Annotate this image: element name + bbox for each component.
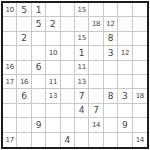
cell-r6c6[interactable]: 13 xyxy=(75,75,89,89)
cell-r5c4[interactable] xyxy=(46,61,60,75)
cell-r6c2[interactable]: 16 xyxy=(17,75,31,89)
cell-r2c10[interactable] xyxy=(133,17,147,31)
cell-r6c5[interactable] xyxy=(61,75,75,89)
cell-r10c6[interactable] xyxy=(75,133,89,147)
cell-r2c5[interactable] xyxy=(61,17,75,31)
cell-r2c8[interactable]: 12 xyxy=(104,17,118,31)
cell-r5c9[interactable] xyxy=(118,61,132,75)
cell-r8c9[interactable] xyxy=(118,104,132,118)
cell-r6c9[interactable] xyxy=(118,75,132,89)
cell-r4c4[interactable]: 10 xyxy=(46,46,60,60)
cell-r7c8[interactable]: 8 xyxy=(104,89,118,103)
cell-r9c4[interactable] xyxy=(46,118,60,132)
cell-r4c10[interactable] xyxy=(133,46,147,60)
cell-r6c7[interactable] xyxy=(89,75,103,89)
cell-r7c6[interactable]: 7 xyxy=(75,89,89,103)
cell-r6c1[interactable]: 17 xyxy=(3,75,17,89)
cell-r9c7[interactable]: 14 xyxy=(89,118,103,132)
cell-r4c2[interactable] xyxy=(17,46,31,60)
cell-r1c3[interactable]: 1 xyxy=(32,3,46,17)
cell-r2c9[interactable] xyxy=(118,17,132,31)
cell-r7c2[interactable]: 6 xyxy=(17,89,31,103)
cell-r9c10[interactable] xyxy=(133,118,147,132)
cell-r1c10[interactable] xyxy=(133,3,147,17)
cell-r3c6[interactable]: 15 xyxy=(75,32,89,46)
cell-r1c8[interactable] xyxy=(104,3,118,17)
cell-r6c8[interactable] xyxy=(104,75,118,89)
cell-r8c7[interactable]: 7 xyxy=(89,104,103,118)
cell-r2c1[interactable] xyxy=(3,17,17,31)
cell-r8c2[interactable] xyxy=(17,104,31,118)
cell-r5c2[interactable] xyxy=(17,61,31,75)
cell-r10c4[interactable] xyxy=(46,133,60,147)
cell-r2c4[interactable]: 2 xyxy=(46,17,60,31)
cell-r3c4[interactable] xyxy=(46,32,60,46)
cell-r9c2[interactable] xyxy=(17,118,31,132)
cell-r4c7[interactable] xyxy=(89,46,103,60)
cell-r1c9[interactable] xyxy=(118,3,132,17)
cell-r5c5[interactable] xyxy=(61,61,75,75)
cell-r5c1[interactable]: 16 xyxy=(3,61,17,75)
cell-r4c6[interactable]: 1 xyxy=(75,46,89,60)
cell-r1c1[interactable]: 10 xyxy=(3,3,17,17)
cell-r10c3[interactable] xyxy=(32,133,46,147)
cell-r2c2[interactable] xyxy=(17,17,31,31)
cell-r1c6[interactable]: 15 xyxy=(75,3,89,17)
cell-r1c2[interactable]: 5 xyxy=(17,3,31,17)
cell-r9c9[interactable]: 9 xyxy=(118,118,132,132)
cell-r1c4[interactable] xyxy=(46,3,60,17)
cell-r2c3[interactable]: 5 xyxy=(32,17,46,31)
cell-r6c3[interactable] xyxy=(32,75,46,89)
cell-r10c9[interactable] xyxy=(118,133,132,147)
cell-r3c8[interactable]: 8 xyxy=(104,32,118,46)
cell-r8c5[interactable] xyxy=(61,104,75,118)
cell-r9c6[interactable] xyxy=(75,118,89,132)
cell-r3c9[interactable] xyxy=(118,32,132,46)
cell-r6c4[interactable]: 11 xyxy=(46,75,60,89)
cell-r3c1[interactable] xyxy=(3,32,17,46)
cell-r2c6[interactable] xyxy=(75,17,89,31)
cell-r3c5[interactable] xyxy=(61,32,75,46)
cell-r8c10[interactable] xyxy=(133,104,147,118)
cell-r7c3[interactable] xyxy=(32,89,46,103)
cell-r5c10[interactable] xyxy=(133,61,147,75)
cell-r10c8[interactable] xyxy=(104,133,118,147)
cell-r5c3[interactable]: 6 xyxy=(32,61,46,75)
cell-r4c5[interactable] xyxy=(61,46,75,60)
cell-r5c6[interactable]: 11 xyxy=(75,61,89,75)
cell-r6c10[interactable] xyxy=(133,75,147,89)
cell-r7c4[interactable]: 13 xyxy=(46,89,60,103)
cell-r4c9[interactable]: 12 xyxy=(118,46,132,60)
cell-r1c5[interactable] xyxy=(61,3,75,17)
puzzle-board: 1051155218122158101312166111716111361378… xyxy=(1,1,149,149)
cell-r8c8[interactable] xyxy=(104,104,118,118)
cell-r5c7[interactable] xyxy=(89,61,103,75)
cell-r9c1[interactable] xyxy=(3,118,17,132)
cell-r8c1[interactable] xyxy=(3,104,17,118)
cell-r2c7[interactable]: 18 xyxy=(89,17,103,31)
cell-r7c7[interactable] xyxy=(89,89,103,103)
cell-r4c1[interactable] xyxy=(3,46,17,60)
cell-r9c5[interactable] xyxy=(61,118,75,132)
cell-r8c6[interactable]: 4 xyxy=(75,104,89,118)
cell-r7c10[interactable]: 18 xyxy=(133,89,147,103)
cell-r8c4[interactable] xyxy=(46,104,60,118)
cell-r3c2[interactable]: 2 xyxy=(17,32,31,46)
cell-r10c7[interactable] xyxy=(89,133,103,147)
cell-r10c2[interactable] xyxy=(17,133,31,147)
cell-r3c3[interactable] xyxy=(32,32,46,46)
cell-r7c1[interactable] xyxy=(3,89,17,103)
cell-r9c3[interactable]: 9 xyxy=(32,118,46,132)
cell-r7c5[interactable] xyxy=(61,89,75,103)
cell-r10c10[interactable]: 14 xyxy=(133,133,147,147)
cell-r7c9[interactable]: 3 xyxy=(118,89,132,103)
cell-r1c7[interactable] xyxy=(89,3,103,17)
cell-r4c8[interactable]: 3 xyxy=(104,46,118,60)
cell-r5c8[interactable] xyxy=(104,61,118,75)
cell-r3c7[interactable] xyxy=(89,32,103,46)
cell-r9c8[interactable] xyxy=(104,118,118,132)
cell-r10c5[interactable]: 4 xyxy=(61,133,75,147)
cell-r10c1[interactable]: 17 xyxy=(3,133,17,147)
cell-r8c3[interactable] xyxy=(32,104,46,118)
cell-r4c3[interactable] xyxy=(32,46,46,60)
cell-r3c10[interactable] xyxy=(133,32,147,46)
